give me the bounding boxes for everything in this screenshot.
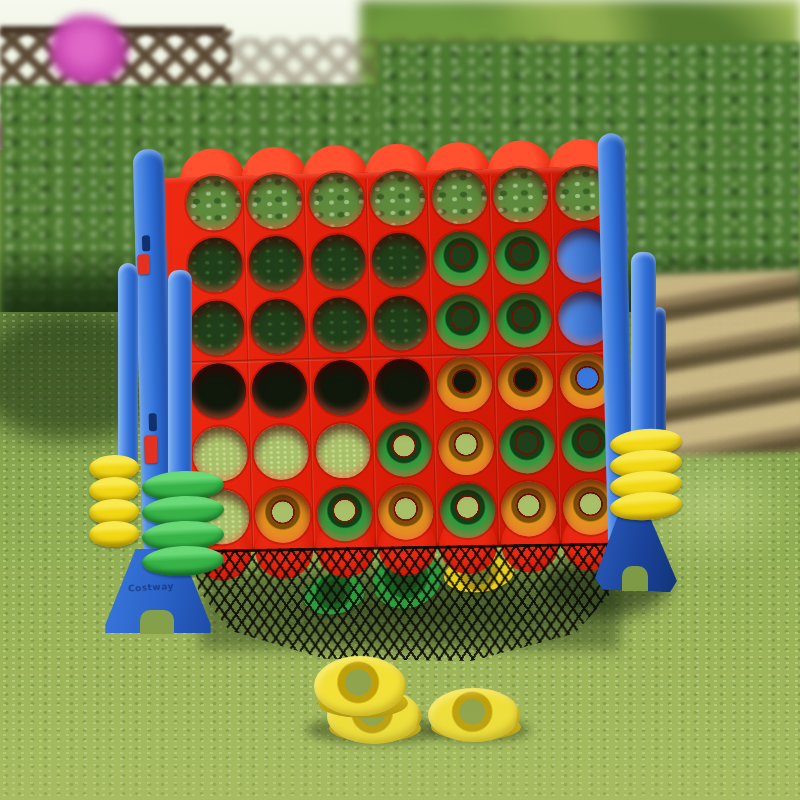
right-leg-arch	[622, 566, 648, 591]
red-latch-lower	[144, 435, 158, 463]
ring-pole-left-front	[168, 270, 192, 492]
backyard-scene: Costway	[0, 0, 800, 800]
post-slot-upper	[142, 235, 150, 251]
ring-pole-right-front	[631, 252, 656, 452]
cell-col3-row1	[308, 171, 364, 227]
left-leg-arch	[140, 610, 174, 634]
post-slot-lower	[149, 413, 157, 431]
foreground-blur	[0, 690, 800, 800]
cell-col3-row5	[314, 422, 370, 478]
ring-pole-left-rear	[118, 263, 138, 473]
red-latch-upper	[137, 254, 150, 274]
cell-col5-row1	[431, 168, 487, 224]
cell-col5-row5	[437, 419, 493, 475]
cell-col1-row4	[190, 363, 246, 419]
cell-col5-row4	[436, 356, 492, 412]
cell-col5-row6	[439, 482, 495, 538]
cell-col3-row6	[316, 485, 372, 541]
cell-col3-row4	[313, 359, 369, 415]
cell-col1-row1	[185, 174, 241, 230]
